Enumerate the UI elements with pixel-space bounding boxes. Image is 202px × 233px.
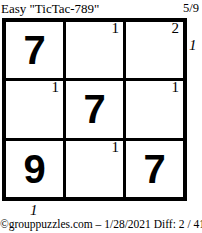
cell-clue: 2 bbox=[172, 20, 180, 37]
cell-value: 7 bbox=[23, 30, 45, 70]
grid-cell-r2c3[interactable]: 1 bbox=[126, 81, 183, 137]
grid-cell-r3c3[interactable]: 7 bbox=[126, 141, 183, 197]
cell-clue: 1 bbox=[112, 139, 120, 156]
puzzle-grid: 7 1 2 1 7 1 9 1 bbox=[2, 18, 187, 201]
grid-cell-r1c1[interactable]: 7 bbox=[6, 22, 63, 78]
row-marker-right: 1 bbox=[189, 38, 197, 53]
grid-cell-r3c2[interactable]: 1 bbox=[66, 141, 123, 197]
column-marker-bottom: 1 bbox=[30, 203, 38, 218]
puzzle-title: Easy "TicTac-789" bbox=[1, 1, 99, 17]
grid-cell-r3c1[interactable]: 9 bbox=[6, 141, 63, 197]
cell-clue: 1 bbox=[112, 20, 120, 37]
cell-value: 7 bbox=[83, 89, 105, 129]
page-indicator: 5/9 bbox=[183, 1, 199, 16]
copyright-footer: ©grouppuzzles.com – 1/28/2021 Diff: 2 / … bbox=[0, 218, 202, 230]
cell-clue: 1 bbox=[52, 79, 60, 96]
cell-value: 9 bbox=[23, 149, 45, 189]
grid-cell-r2c2[interactable]: 7 bbox=[66, 81, 123, 137]
puzzle-page: Easy "TicTac-789" 5/9 7 1 2 1 7 1 9 bbox=[0, 0, 202, 233]
cell-clue: 1 bbox=[172, 79, 180, 96]
cell-value: 7 bbox=[143, 149, 165, 189]
grid-cell-r2c1[interactable]: 1 bbox=[6, 81, 63, 137]
grid-cell-r1c3[interactable]: 2 bbox=[126, 22, 183, 78]
grid-cell-r1c2[interactable]: 1 bbox=[66, 22, 123, 78]
